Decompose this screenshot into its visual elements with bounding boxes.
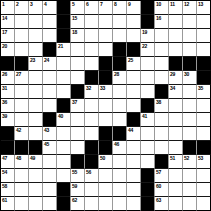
- black-cell: [99, 127, 113, 141]
- white-cell[interactable]: [169, 183, 183, 197]
- white-cell[interactable]: [99, 113, 113, 127]
- white-cell[interactable]: [169, 127, 183, 141]
- white-cell[interactable]: [29, 71, 43, 85]
- black-cell: [15, 57, 29, 71]
- white-cell[interactable]: 31: [1, 85, 15, 99]
- white-cell[interactable]: 13: [197, 1, 211, 15]
- white-cell[interactable]: [183, 85, 197, 99]
- white-cell[interactable]: [141, 85, 155, 99]
- clue-number: 56: [86, 169, 91, 175]
- black-cell: [141, 99, 155, 113]
- white-cell[interactable]: 33: [99, 85, 113, 99]
- black-cell: [57, 183, 71, 197]
- clue-number: 48: [16, 155, 21, 161]
- white-cell[interactable]: [85, 183, 99, 197]
- black-cell: [127, 43, 141, 57]
- white-cell[interactable]: [169, 113, 183, 127]
- clue-number: 15: [72, 15, 77, 21]
- white-cell[interactable]: [197, 29, 211, 43]
- white-cell[interactable]: [85, 29, 99, 43]
- white-cell[interactable]: 51: [169, 155, 183, 169]
- white-cell[interactable]: 24: [43, 57, 57, 71]
- white-cell[interactable]: 7: [99, 1, 113, 15]
- white-cell[interactable]: [155, 127, 169, 141]
- white-cell[interactable]: [141, 155, 155, 169]
- black-cell: [127, 113, 141, 127]
- white-cell[interactable]: [99, 197, 113, 211]
- white-cell[interactable]: [197, 197, 211, 211]
- black-cell: [197, 71, 211, 85]
- white-cell[interactable]: [15, 29, 29, 43]
- white-cell[interactable]: [113, 183, 127, 197]
- white-cell[interactable]: [71, 71, 85, 85]
- black-cell: [43, 113, 57, 127]
- white-cell[interactable]: 60: [155, 183, 169, 197]
- white-cell[interactable]: [43, 197, 57, 211]
- white-cell[interactable]: [169, 15, 183, 29]
- white-cell[interactable]: 22: [141, 43, 155, 57]
- white-cell[interactable]: [29, 127, 43, 141]
- black-cell: [141, 169, 155, 183]
- white-cell[interactable]: [99, 15, 113, 29]
- white-cell[interactable]: [57, 71, 71, 85]
- white-cell[interactable]: [99, 29, 113, 43]
- white-cell[interactable]: [43, 155, 57, 169]
- white-cell[interactable]: [169, 141, 183, 155]
- white-cell[interactable]: [29, 29, 43, 43]
- black-cell: [1, 57, 15, 71]
- white-cell[interactable]: [15, 197, 29, 211]
- black-cell: [113, 127, 127, 141]
- white-cell[interactable]: [113, 197, 127, 211]
- white-cell[interactable]: 14: [1, 15, 15, 29]
- clue-number: 31: [2, 85, 7, 91]
- white-cell[interactable]: 5: [71, 1, 85, 15]
- white-cell[interactable]: [85, 127, 99, 141]
- white-cell[interactable]: [29, 183, 43, 197]
- white-cell[interactable]: [141, 71, 155, 85]
- clue-number: 53: [198, 155, 203, 161]
- white-cell[interactable]: [29, 99, 43, 113]
- white-cell[interactable]: 50: [99, 155, 113, 169]
- white-cell[interactable]: [197, 99, 211, 113]
- clue-number: 7: [100, 1, 103, 7]
- white-cell[interactable]: [127, 29, 141, 43]
- white-cell[interactable]: 27: [15, 71, 29, 85]
- white-cell[interactable]: [85, 113, 99, 127]
- white-cell[interactable]: [113, 85, 127, 99]
- white-cell[interactable]: [113, 29, 127, 43]
- clue-number: 9: [128, 1, 131, 7]
- white-cell[interactable]: [155, 29, 169, 43]
- black-cell: [141, 183, 155, 197]
- white-cell[interactable]: 18: [71, 29, 85, 43]
- white-cell[interactable]: 42: [15, 127, 29, 141]
- white-cell[interactable]: [127, 197, 141, 211]
- white-cell[interactable]: 59: [71, 183, 85, 197]
- white-cell[interactable]: [127, 99, 141, 113]
- white-cell[interactable]: 38: [155, 99, 169, 113]
- black-cell: [155, 155, 169, 169]
- white-cell[interactable]: [113, 15, 127, 29]
- white-cell[interactable]: [71, 141, 85, 155]
- white-cell[interactable]: [183, 113, 197, 127]
- clue-number: 10: [156, 1, 161, 7]
- clue-number: 61: [2, 197, 7, 203]
- black-cell: [99, 57, 113, 71]
- white-cell[interactable]: [29, 169, 43, 183]
- clue-number: 62: [72, 197, 77, 203]
- black-cell: [57, 197, 71, 211]
- white-cell[interactable]: [57, 57, 71, 71]
- black-cell: [141, 197, 155, 211]
- white-cell[interactable]: [127, 155, 141, 169]
- clue-number: 21: [58, 43, 63, 49]
- white-cell[interactable]: 44: [127, 127, 141, 141]
- clue-number: 22: [142, 43, 147, 49]
- white-cell[interactable]: 46: [113, 141, 127, 155]
- clue-number: 60: [156, 183, 161, 189]
- black-cell: [85, 141, 99, 155]
- white-cell[interactable]: [43, 85, 57, 99]
- black-cell: [155, 85, 169, 99]
- white-cell[interactable]: [85, 197, 99, 211]
- white-cell[interactable]: 19: [141, 29, 155, 43]
- clue-number: 23: [30, 57, 35, 63]
- white-cell[interactable]: [155, 71, 169, 85]
- white-cell[interactable]: [85, 99, 99, 113]
- clue-number: 46: [114, 141, 119, 147]
- white-cell[interactable]: 53: [197, 155, 211, 169]
- white-cell[interactable]: [71, 43, 85, 57]
- white-cell[interactable]: 61: [1, 197, 15, 211]
- black-cell: [183, 141, 197, 155]
- white-cell[interactable]: [169, 43, 183, 57]
- white-cell[interactable]: 55: [71, 169, 85, 183]
- clue-number: 20: [2, 43, 7, 49]
- white-cell[interactable]: 62: [71, 197, 85, 211]
- black-cell: [71, 85, 85, 99]
- black-cell: [183, 57, 197, 71]
- clue-number: 6: [86, 1, 89, 7]
- white-cell[interactable]: [183, 169, 197, 183]
- clue-number: 30: [184, 71, 189, 77]
- white-cell[interactable]: 25: [127, 57, 141, 71]
- white-cell[interactable]: [169, 197, 183, 211]
- clue-number: 5: [72, 1, 75, 7]
- white-cell[interactable]: [43, 99, 57, 113]
- clue-number: 1: [2, 1, 5, 7]
- white-cell[interactable]: [155, 57, 169, 71]
- white-cell[interactable]: [43, 29, 57, 43]
- white-cell[interactable]: 9: [127, 1, 141, 15]
- white-cell[interactable]: 40: [57, 113, 71, 127]
- clue-number: 40: [58, 113, 63, 119]
- clue-number: 47: [2, 155, 7, 161]
- clue-number: 35: [198, 85, 203, 91]
- black-cell: [1, 127, 15, 141]
- clue-number: 42: [16, 127, 21, 133]
- white-cell[interactable]: [197, 183, 211, 197]
- white-cell[interactable]: [57, 169, 71, 183]
- black-cell: [85, 71, 99, 85]
- white-cell[interactable]: [169, 169, 183, 183]
- clue-number: 14: [2, 15, 7, 21]
- white-cell[interactable]: [29, 15, 43, 29]
- black-cell: [141, 15, 155, 29]
- white-cell[interactable]: [127, 141, 141, 155]
- white-cell[interactable]: 47: [1, 155, 15, 169]
- white-cell[interactable]: 63: [155, 197, 169, 211]
- white-cell[interactable]: 37: [71, 99, 85, 113]
- white-cell[interactable]: [141, 57, 155, 71]
- clue-number: 13: [198, 1, 203, 7]
- clue-number: 58: [2, 183, 7, 189]
- black-cell: [29, 141, 43, 155]
- white-cell[interactable]: [113, 113, 127, 127]
- white-cell[interactable]: [183, 29, 197, 43]
- clue-number: 32: [86, 85, 91, 91]
- black-cell: [197, 57, 211, 71]
- white-cell[interactable]: 28: [113, 71, 127, 85]
- clue-number: 24: [44, 57, 49, 63]
- white-cell[interactable]: 6: [85, 1, 99, 15]
- black-cell: [85, 155, 99, 169]
- clue-number: 2: [16, 1, 19, 7]
- white-cell[interactable]: [155, 43, 169, 57]
- white-cell[interactable]: [113, 99, 127, 113]
- white-cell[interactable]: [99, 169, 113, 183]
- white-cell[interactable]: [113, 169, 127, 183]
- white-cell[interactable]: [155, 141, 169, 155]
- white-cell[interactable]: [71, 113, 85, 127]
- white-cell[interactable]: [197, 113, 211, 127]
- white-cell[interactable]: 11: [169, 1, 183, 15]
- clue-number: 16: [156, 15, 161, 21]
- white-cell[interactable]: [183, 127, 197, 141]
- clue-number: 17: [2, 29, 7, 35]
- white-cell[interactable]: [71, 127, 85, 141]
- clue-number: 34: [170, 85, 175, 91]
- clue-number: 11: [170, 1, 175, 7]
- white-cell[interactable]: 12: [183, 1, 197, 15]
- black-cell: [57, 1, 71, 15]
- white-cell[interactable]: 49: [29, 155, 43, 169]
- white-cell[interactable]: [29, 113, 43, 127]
- clue-number: 45: [44, 141, 49, 147]
- white-cell[interactable]: 20: [1, 43, 15, 57]
- white-cell[interactable]: 15: [71, 15, 85, 29]
- white-cell[interactable]: [183, 15, 197, 29]
- black-cell: [71, 155, 85, 169]
- white-cell[interactable]: [169, 29, 183, 43]
- white-cell[interactable]: [15, 85, 29, 99]
- white-cell[interactable]: 43: [43, 127, 57, 141]
- white-cell[interactable]: 16: [155, 15, 169, 29]
- clue-number: 63: [156, 197, 161, 203]
- white-cell[interactable]: [15, 183, 29, 197]
- white-cell[interactable]: 57: [155, 169, 169, 183]
- white-cell[interactable]: [197, 169, 211, 183]
- white-cell[interactable]: [85, 57, 99, 71]
- white-cell[interactable]: [15, 15, 29, 29]
- white-cell[interactable]: [85, 15, 99, 29]
- white-cell[interactable]: [43, 15, 57, 29]
- white-cell[interactable]: 41: [141, 113, 155, 127]
- white-cell[interactable]: 32: [85, 85, 99, 99]
- clue-number: 18: [72, 29, 77, 35]
- white-cell[interactable]: 34: [169, 85, 183, 99]
- clue-number: 54: [2, 169, 7, 175]
- white-cell[interactable]: [57, 141, 71, 155]
- white-cell[interactable]: [43, 169, 57, 183]
- clue-number: 51: [170, 155, 175, 161]
- white-cell[interactable]: [71, 57, 85, 71]
- white-cell[interactable]: [141, 141, 155, 155]
- white-cell[interactable]: 29: [169, 71, 183, 85]
- white-cell[interactable]: 17: [1, 29, 15, 43]
- black-cell: [15, 141, 29, 155]
- black-cell: [141, 1, 155, 15]
- clue-number: 37: [72, 99, 77, 105]
- white-cell[interactable]: [43, 71, 57, 85]
- white-cell[interactable]: [127, 15, 141, 29]
- black-cell: [43, 43, 57, 57]
- white-cell[interactable]: [183, 43, 197, 57]
- white-cell[interactable]: 4: [43, 1, 57, 15]
- black-cell: [57, 99, 71, 113]
- white-cell[interactable]: [113, 155, 127, 169]
- white-cell[interactable]: [43, 183, 57, 197]
- white-cell[interactable]: 58: [1, 183, 15, 197]
- clue-number: 36: [2, 99, 7, 105]
- clue-number: 38: [156, 99, 161, 105]
- white-cell[interactable]: [99, 43, 113, 57]
- black-cell: [99, 71, 113, 85]
- white-cell[interactable]: [127, 183, 141, 197]
- white-cell[interactable]: 56: [85, 169, 99, 183]
- white-cell[interactable]: [29, 85, 43, 99]
- clue-number: 19: [142, 29, 147, 35]
- white-cell[interactable]: 35: [197, 85, 211, 99]
- white-cell[interactable]: [127, 85, 141, 99]
- clue-number: 39: [2, 113, 7, 119]
- white-cell[interactable]: [99, 183, 113, 197]
- white-cell[interactable]: [15, 169, 29, 183]
- clue-number: 28: [114, 71, 119, 77]
- white-cell[interactable]: 1: [1, 1, 15, 15]
- white-cell[interactable]: 45: [43, 141, 57, 155]
- white-cell[interactable]: 26: [1, 71, 15, 85]
- clue-number: 33: [100, 85, 105, 91]
- white-cell[interactable]: [29, 197, 43, 211]
- clue-number: 8: [114, 1, 117, 7]
- white-cell[interactable]: [57, 155, 71, 169]
- crossword-grid: 1234567891011121314151617181920212223242…: [0, 0, 211, 211]
- black-cell: [99, 141, 113, 155]
- white-cell[interactable]: 2: [15, 1, 29, 15]
- clue-number: 12: [184, 1, 189, 7]
- white-cell[interactable]: 36: [1, 99, 15, 113]
- clue-number: 41: [142, 113, 147, 119]
- white-cell[interactable]: [183, 183, 197, 197]
- clue-number: 25: [128, 57, 133, 63]
- white-cell[interactable]: [197, 15, 211, 29]
- white-cell[interactable]: 39: [1, 113, 15, 127]
- clue-number: 27: [16, 71, 21, 77]
- white-cell[interactable]: 48: [15, 155, 29, 169]
- clue-number: 50: [100, 155, 105, 161]
- white-cell[interactable]: [15, 113, 29, 127]
- white-cell[interactable]: [127, 169, 141, 183]
- black-cell: [1, 141, 15, 155]
- white-cell[interactable]: [183, 99, 197, 113]
- black-cell: [57, 15, 71, 29]
- clue-number: 44: [128, 127, 133, 133]
- black-cell: [57, 29, 71, 43]
- white-cell[interactable]: 30: [183, 71, 197, 85]
- white-cell[interactable]: [15, 99, 29, 113]
- white-cell[interactable]: 8: [113, 1, 127, 15]
- white-cell[interactable]: [29, 43, 43, 57]
- black-cell: [197, 141, 211, 155]
- clue-number: 26: [2, 71, 7, 77]
- clue-number: 3: [30, 1, 33, 7]
- white-cell[interactable]: [169, 99, 183, 113]
- white-cell[interactable]: [155, 113, 169, 127]
- clue-number: 49: [30, 155, 35, 161]
- black-cell: [169, 57, 183, 71]
- white-cell[interactable]: [85, 43, 99, 57]
- white-cell[interactable]: [141, 127, 155, 141]
- clue-number: 4: [44, 1, 47, 7]
- clue-number: 43: [44, 127, 49, 133]
- white-cell[interactable]: 54: [1, 169, 15, 183]
- white-cell[interactable]: 3: [29, 1, 43, 15]
- white-cell[interactable]: [57, 85, 71, 99]
- white-cell[interactable]: 52: [183, 155, 197, 169]
- clue-number: 55: [72, 169, 77, 175]
- white-cell[interactable]: [57, 127, 71, 141]
- clue-number: 52: [184, 155, 189, 161]
- white-cell[interactable]: 23: [29, 57, 43, 71]
- black-cell: [113, 43, 127, 57]
- clue-number: 57: [156, 169, 161, 175]
- white-cell[interactable]: 10: [155, 1, 169, 15]
- white-cell[interactable]: [99, 99, 113, 113]
- white-cell[interactable]: [197, 127, 211, 141]
- clue-number: 59: [72, 183, 77, 189]
- clue-number: 29: [170, 71, 175, 77]
- white-cell[interactable]: 21: [57, 43, 71, 57]
- white-cell[interactable]: [127, 71, 141, 85]
- white-cell[interactable]: [197, 43, 211, 57]
- white-cell[interactable]: [15, 43, 29, 57]
- white-cell[interactable]: [183, 197, 197, 211]
- black-cell: [113, 57, 127, 71]
